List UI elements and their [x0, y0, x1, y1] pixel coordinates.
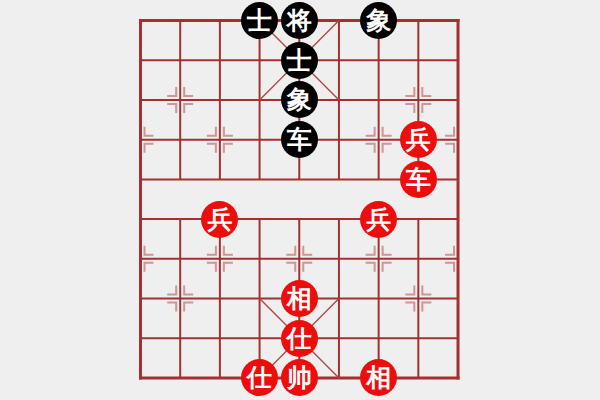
piece-black-general[interactable]: 将: [281, 2, 318, 39]
piece-red-advisor[interactable]: 仕: [241, 359, 278, 396]
xiangqi-screen: 士将象士象车兵车兵兵相仕仕帅相: [0, 0, 600, 400]
piece-black-elephant[interactable]: 象: [360, 2, 397, 39]
piece-red-chariot[interactable]: 车: [400, 161, 437, 198]
piece-red-pawn[interactable]: 兵: [360, 201, 397, 238]
piece-black-elephant[interactable]: 象: [281, 81, 318, 118]
piece-red-general[interactable]: 帅: [281, 359, 318, 396]
piece-black-advisor[interactable]: 士: [241, 2, 278, 39]
piece-red-pawn[interactable]: 兵: [201, 201, 238, 238]
piece-red-advisor[interactable]: 仕: [281, 320, 318, 357]
piece-red-elephant[interactable]: 相: [360, 359, 397, 396]
piece-black-advisor[interactable]: 士: [281, 42, 318, 79]
piece-black-chariot[interactable]: 车: [281, 121, 318, 158]
pieces-layer: 士将象士象车兵车兵兵相仕仕帅相: [0, 0, 600, 400]
piece-red-elephant[interactable]: 相: [281, 280, 318, 317]
piece-red-pawn[interactable]: 兵: [400, 121, 437, 158]
xiangqi-board[interactable]: 士将象士象车兵车兵兵相仕仕帅相: [0, 0, 600, 400]
